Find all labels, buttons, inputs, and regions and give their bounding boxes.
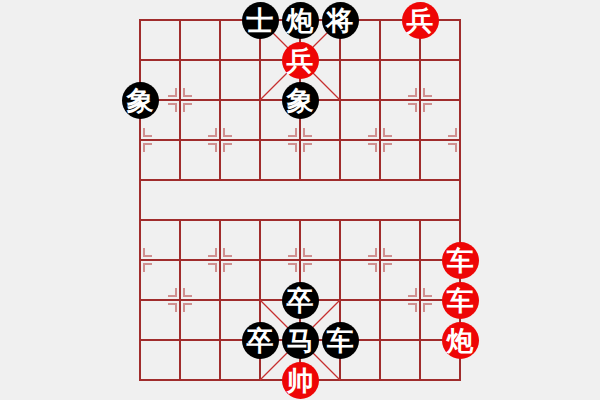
- intersection-0-3[interactable]: [120, 120, 160, 160]
- piece-red-chariot[interactable]: 车: [442, 282, 479, 319]
- intersection-0-6[interactable]: [120, 240, 160, 280]
- intersection-4-5[interactable]: [280, 200, 320, 240]
- intersection-2-5[interactable]: [200, 200, 240, 240]
- intersection-4-7[interactable]: 卒: [280, 280, 320, 320]
- intersection-6-6[interactable]: [360, 240, 400, 280]
- intersection-6-0[interactable]: [360, 0, 400, 40]
- piece-red-cannon[interactable]: 炮: [442, 322, 479, 359]
- intersection-4-4[interactable]: [280, 160, 320, 200]
- intersection-4-6[interactable]: [280, 240, 320, 280]
- intersection-4-8[interactable]: 马: [280, 320, 320, 360]
- intersection-7-6[interactable]: [400, 240, 440, 280]
- intersection-4-2[interactable]: 象: [280, 80, 320, 120]
- intersection-3-8[interactable]: 卒: [240, 320, 280, 360]
- xiangqi-board-area: 士炮将兵兵象象车卒车卒马车炮帅: [0, 0, 600, 400]
- intersection-6-8[interactable]: [360, 320, 400, 360]
- intersection-5-0[interactable]: 将: [320, 0, 360, 40]
- intersection-3-9[interactable]: [240, 360, 280, 400]
- intersection-8-1[interactable]: [440, 40, 480, 80]
- intersection-4-0[interactable]: 炮: [280, 0, 320, 40]
- intersection-6-1[interactable]: [360, 40, 400, 80]
- intersection-2-3[interactable]: [200, 120, 240, 160]
- intersection-8-0[interactable]: [440, 0, 480, 40]
- intersection-8-8[interactable]: 炮: [440, 320, 480, 360]
- intersection-5-9[interactable]: [320, 360, 360, 400]
- intersection-3-7[interactable]: [240, 280, 280, 320]
- intersection-5-5[interactable]: [320, 200, 360, 240]
- intersection-5-1[interactable]: [320, 40, 360, 80]
- piece-black-chariot[interactable]: 车: [322, 322, 359, 359]
- intersection-1-6[interactable]: [160, 240, 200, 280]
- piece-black-cannon[interactable]: 炮: [282, 2, 319, 39]
- piece-red-soldier[interactable]: 兵: [402, 2, 439, 39]
- intersection-6-2[interactable]: [360, 80, 400, 120]
- piece-black-advisor[interactable]: 士: [242, 2, 279, 39]
- intersection-0-1[interactable]: [120, 40, 160, 80]
- intersection-7-3[interactable]: [400, 120, 440, 160]
- intersection-2-8[interactable]: [200, 320, 240, 360]
- intersection-8-3[interactable]: [440, 120, 480, 160]
- intersection-2-6[interactable]: [200, 240, 240, 280]
- intersection-0-5[interactable]: [120, 200, 160, 240]
- intersection-5-8[interactable]: 车: [320, 320, 360, 360]
- intersection-6-5[interactable]: [360, 200, 400, 240]
- intersection-0-8[interactable]: [120, 320, 160, 360]
- intersection-3-1[interactable]: [240, 40, 280, 80]
- intersection-2-7[interactable]: [200, 280, 240, 320]
- intersection-8-7[interactable]: 车: [440, 280, 480, 320]
- intersection-0-2[interactable]: 象: [120, 80, 160, 120]
- intersection-6-3[interactable]: [360, 120, 400, 160]
- intersection-4-1[interactable]: 兵: [280, 40, 320, 80]
- piece-black-elephant[interactable]: 象: [122, 82, 159, 119]
- piece-black-soldier[interactable]: 卒: [282, 282, 319, 319]
- intersection-0-7[interactable]: [120, 280, 160, 320]
- intersection-7-9[interactable]: [400, 360, 440, 400]
- intersection-7-2[interactable]: [400, 80, 440, 120]
- piece-black-soldier[interactable]: 卒: [242, 322, 279, 359]
- intersection-6-9[interactable]: [360, 360, 400, 400]
- piece-black-elephant[interactable]: 象: [282, 82, 319, 119]
- intersection-7-0[interactable]: 兵: [400, 0, 440, 40]
- piece-black-horse[interactable]: 马: [282, 322, 319, 359]
- intersection-4-9[interactable]: 帅: [280, 360, 320, 400]
- intersection-0-0[interactable]: [120, 0, 160, 40]
- intersection-8-9[interactable]: [440, 360, 480, 400]
- intersection-7-7[interactable]: [400, 280, 440, 320]
- intersection-1-3[interactable]: [160, 120, 200, 160]
- intersection-7-5[interactable]: [400, 200, 440, 240]
- piece-red-general[interactable]: 帅: [282, 362, 319, 399]
- intersection-5-4[interactable]: [320, 160, 360, 200]
- intersection-2-9[interactable]: [200, 360, 240, 400]
- intersection-1-5[interactable]: [160, 200, 200, 240]
- intersection-3-6[interactable]: [240, 240, 280, 280]
- intersection-7-4[interactable]: [400, 160, 440, 200]
- intersection-5-2[interactable]: [320, 80, 360, 120]
- intersection-1-9[interactable]: [160, 360, 200, 400]
- intersection-3-5[interactable]: [240, 200, 280, 240]
- intersection-3-0[interactable]: 士: [240, 0, 280, 40]
- intersection-7-1[interactable]: [400, 40, 440, 80]
- intersection-0-4[interactable]: [120, 160, 160, 200]
- intersection-3-3[interactable]: [240, 120, 280, 160]
- intersection-0-9[interactable]: [120, 360, 160, 400]
- piece-black-general[interactable]: 将: [322, 2, 359, 39]
- intersection-6-7[interactable]: [360, 280, 400, 320]
- intersection-7-8[interactable]: [400, 320, 440, 360]
- board-intersections: 士炮将兵兵象象车卒车卒马车炮帅: [120, 0, 480, 400]
- intersection-2-1[interactable]: [200, 40, 240, 80]
- intersection-1-8[interactable]: [160, 320, 200, 360]
- piece-red-soldier[interactable]: 兵: [282, 42, 319, 79]
- intersection-1-7[interactable]: [160, 280, 200, 320]
- intersection-2-2[interactable]: [200, 80, 240, 120]
- intersection-1-2[interactable]: [160, 80, 200, 120]
- intersection-8-2[interactable]: [440, 80, 480, 120]
- intersection-5-6[interactable]: [320, 240, 360, 280]
- intersection-1-0[interactable]: [160, 0, 200, 40]
- intersection-5-3[interactable]: [320, 120, 360, 160]
- intersection-5-7[interactable]: [320, 280, 360, 320]
- intersection-2-4[interactable]: [200, 160, 240, 200]
- intersection-4-3[interactable]: [280, 120, 320, 160]
- intersection-8-4[interactable]: [440, 160, 480, 200]
- intersection-1-1[interactable]: [160, 40, 200, 80]
- intersection-8-5[interactable]: [440, 200, 480, 240]
- intersection-1-4[interactable]: [160, 160, 200, 200]
- intersection-8-6[interactable]: 车: [440, 240, 480, 280]
- piece-red-chariot[interactable]: 车: [442, 242, 479, 279]
- intersection-3-2[interactable]: [240, 80, 280, 120]
- intersection-2-0[interactable]: [200, 0, 240, 40]
- intersection-3-4[interactable]: [240, 160, 280, 200]
- intersection-6-4[interactable]: [360, 160, 400, 200]
